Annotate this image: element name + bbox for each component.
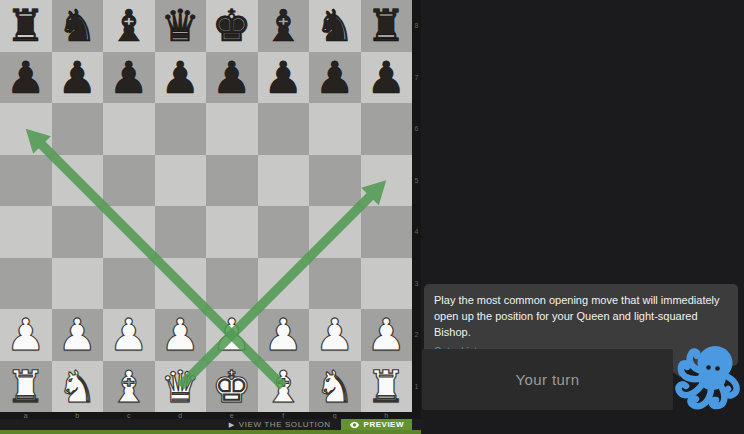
- piece-black-pawn[interactable]: ♟: [258, 52, 310, 104]
- piece-black-knight[interactable]: ♞: [309, 0, 361, 52]
- square-d3[interactable]: [155, 258, 207, 310]
- turn-indicator: Your turn: [422, 349, 673, 410]
- file-label-f: f: [258, 412, 310, 419]
- square-g8[interactable]: ♞: [309, 0, 361, 52]
- square-f2[interactable]: ♟: [258, 309, 310, 361]
- piece-black-queen[interactable]: ♛: [155, 0, 207, 52]
- square-b8[interactable]: ♞: [52, 0, 104, 52]
- piece-black-pawn[interactable]: ♟: [0, 52, 52, 104]
- square-a3[interactable]: [0, 258, 52, 310]
- square-d1[interactable]: ♛: [155, 361, 207, 413]
- piece-white-queen[interactable]: ♛: [155, 361, 207, 413]
- piece-white-pawn[interactable]: ♟: [103, 309, 155, 361]
- square-d8[interactable]: ♛: [155, 0, 207, 52]
- square-h4[interactable]: [361, 206, 413, 258]
- square-h2[interactable]: ♟: [361, 309, 413, 361]
- piece-white-pawn[interactable]: ♟: [206, 309, 258, 361]
- file-label-c: c: [103, 412, 155, 419]
- square-e8[interactable]: ♚: [206, 0, 258, 52]
- square-f5[interactable]: [258, 155, 310, 207]
- piece-black-pawn[interactable]: ♟: [52, 52, 104, 104]
- square-f1[interactable]: ♝: [258, 361, 310, 413]
- square-c6[interactable]: [103, 103, 155, 155]
- square-g6[interactable]: [309, 103, 361, 155]
- file-label-a: a: [0, 412, 52, 419]
- chess-board: ♜♞♝♛♚♝♞♜♟♟♟♟♟♟♟♟♟♟♟♟♟♟♟♟♜♞♝♛♚♝♞♜: [0, 0, 412, 412]
- view-solution-button[interactable]: ▶ VIEW THE SOLUTION: [229, 420, 331, 429]
- square-d5[interactable]: [155, 155, 207, 207]
- square-c4[interactable]: [103, 206, 155, 258]
- square-f6[interactable]: [258, 103, 310, 155]
- square-c7[interactable]: ♟: [103, 52, 155, 104]
- piece-black-king[interactable]: ♚: [206, 0, 258, 52]
- piece-black-bishop[interactable]: ♝: [103, 0, 155, 52]
- piece-white-king[interactable]: ♚: [206, 361, 258, 413]
- square-a8[interactable]: ♜: [0, 0, 52, 52]
- preview-label: PREVIEW: [364, 420, 404, 429]
- file-coordinates: abcdefgh: [0, 412, 421, 419]
- square-f4[interactable]: [258, 206, 310, 258]
- square-g3[interactable]: [309, 258, 361, 310]
- square-a6[interactable]: [0, 103, 52, 155]
- octopus-mascot-icon: [671, 342, 743, 416]
- square-a2[interactable]: ♟: [0, 309, 52, 361]
- rank-label-8: 8: [412, 0, 421, 52]
- piece-black-bishop[interactable]: ♝: [258, 0, 310, 52]
- piece-white-pawn[interactable]: ♟: [52, 309, 104, 361]
- piece-black-knight[interactable]: ♞: [52, 0, 104, 52]
- rank-label-4: 4: [412, 206, 421, 258]
- square-e3[interactable]: [206, 258, 258, 310]
- piece-white-bishop[interactable]: ♝: [103, 361, 155, 413]
- square-b5[interactable]: [52, 155, 104, 207]
- rank-label-7: 7: [412, 52, 421, 104]
- square-c8[interactable]: ♝: [103, 0, 155, 52]
- square-b3[interactable]: [52, 258, 104, 310]
- square-f8[interactable]: ♝: [258, 0, 310, 52]
- tooltip-text: Play the most common opening move that w…: [434, 293, 728, 341]
- piece-black-pawn[interactable]: ♟: [361, 52, 413, 104]
- square-c2[interactable]: ♟: [103, 309, 155, 361]
- rank-coordinates: 87654321: [412, 0, 421, 412]
- square-h1[interactable]: ♜: [361, 361, 413, 413]
- play-icon: ▶: [229, 421, 235, 429]
- square-h6[interactable]: [361, 103, 413, 155]
- piece-black-pawn[interactable]: ♟: [309, 52, 361, 104]
- piece-white-knight[interactable]: ♞: [52, 361, 104, 413]
- view-solution-label: VIEW THE SOLUTION: [239, 420, 331, 429]
- piece-white-rook[interactable]: ♜: [0, 361, 52, 413]
- square-h7[interactable]: ♟: [361, 52, 413, 104]
- square-e5[interactable]: [206, 155, 258, 207]
- square-b7[interactable]: ♟: [52, 52, 104, 104]
- square-e4[interactable]: [206, 206, 258, 258]
- piece-white-pawn[interactable]: ♟: [0, 309, 52, 361]
- square-e6[interactable]: [206, 103, 258, 155]
- square-d6[interactable]: [155, 103, 207, 155]
- square-h8[interactable]: ♜: [361, 0, 413, 52]
- rank-label-1: 1: [412, 361, 421, 413]
- square-e2[interactable]: ♟: [206, 309, 258, 361]
- progress-strip: [0, 430, 430, 434]
- square-c5[interactable]: [103, 155, 155, 207]
- square-a4[interactable]: [0, 206, 52, 258]
- square-g5[interactable]: [309, 155, 361, 207]
- square-g2[interactable]: ♟: [309, 309, 361, 361]
- square-a1[interactable]: ♜: [0, 361, 52, 413]
- piece-black-rook[interactable]: ♜: [0, 0, 52, 52]
- preview-button[interactable]: PREVIEW: [341, 419, 412, 430]
- file-label-g: g: [309, 412, 361, 419]
- file-label-e: e: [206, 412, 258, 419]
- piece-white-knight[interactable]: ♞: [309, 361, 361, 413]
- file-label-d: d: [155, 412, 207, 419]
- file-label-h: h: [361, 412, 413, 419]
- piece-white-pawn[interactable]: ♟: [361, 309, 413, 361]
- turn-indicator-label: Your turn: [516, 371, 580, 388]
- square-b1[interactable]: ♞: [52, 361, 104, 413]
- piece-black-pawn[interactable]: ♟: [103, 52, 155, 104]
- file-label-b: b: [52, 412, 104, 419]
- square-b2[interactable]: ♟: [52, 309, 104, 361]
- action-bar: ▶ VIEW THE SOLUTION PREVIEW: [0, 419, 430, 430]
- square-g7[interactable]: ♟: [309, 52, 361, 104]
- square-a7[interactable]: ♟: [0, 52, 52, 104]
- square-c1[interactable]: ♝: [103, 361, 155, 413]
- rank-label-2: 2: [412, 309, 421, 361]
- square-a5[interactable]: [0, 155, 52, 207]
- rank-label-3: 3: [412, 258, 421, 310]
- square-f7[interactable]: ♟: [258, 52, 310, 104]
- square-h5[interactable]: [361, 155, 413, 207]
- piece-white-pawn[interactable]: ♟: [258, 309, 310, 361]
- square-c3[interactable]: [103, 258, 155, 310]
- eye-icon: [349, 421, 360, 429]
- piece-black-pawn[interactable]: ♟: [206, 52, 258, 104]
- square-e1[interactable]: ♚: [206, 361, 258, 413]
- piece-white-pawn[interactable]: ♟: [309, 309, 361, 361]
- square-e7[interactable]: ♟: [206, 52, 258, 104]
- square-b4[interactable]: [52, 206, 104, 258]
- tactics-trainer: ♜♞♝♛♚♝♞♜♟♟♟♟♟♟♟♟♟♟♟♟♟♟♟♟♜♞♝♛♚♝♞♜ 8765432…: [0, 0, 744, 434]
- square-g1[interactable]: ♞: [309, 361, 361, 413]
- square-g4[interactable]: [309, 206, 361, 258]
- piece-white-pawn[interactable]: ♟: [155, 309, 207, 361]
- square-h3[interactable]: [361, 258, 413, 310]
- square-d2[interactable]: ♟: [155, 309, 207, 361]
- piece-black-pawn[interactable]: ♟: [155, 52, 207, 104]
- piece-black-rook[interactable]: ♜: [361, 0, 413, 52]
- square-b6[interactable]: [52, 103, 104, 155]
- trainer-side-panel: Play the most common opening move that w…: [421, 0, 744, 434]
- piece-white-bishop[interactable]: ♝: [258, 361, 310, 413]
- rank-label-6: 6: [412, 103, 421, 155]
- square-d4[interactable]: [155, 206, 207, 258]
- piece-white-rook[interactable]: ♜: [361, 361, 413, 413]
- square-d7[interactable]: ♟: [155, 52, 207, 104]
- square-f3[interactable]: [258, 258, 310, 310]
- rank-label-5: 5: [412, 155, 421, 207]
